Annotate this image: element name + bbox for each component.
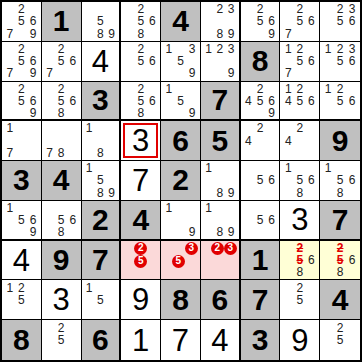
candidate-3: 3 [225,43,236,55]
candidate-grid: 589 [82,2,120,41]
cell-r1c7[interactable]: 2569 [241,2,281,42]
candidate-grid: 2569 [241,2,280,41]
cell-r4c3[interactable]: 18 [82,121,122,161]
candidate-9: 9 [186,226,198,238]
cell-r4c7[interactable]: 24 [241,121,281,161]
cell-r5c5[interactable]: 2 [161,161,201,201]
candidate-6: 6 [346,55,358,67]
given-digit: 4 [172,6,189,36]
cell-r7c4[interactable]: 25 [121,241,161,281]
candidate-5: 5 [334,334,346,347]
cell-r2c4[interactable]: 256 [121,42,161,82]
candidate-9: 9 [266,28,278,40]
given-digit: 7 [332,205,349,235]
candidate-8: 8 [95,147,106,159]
given-digit: 9 [332,126,349,156]
cell-r9c7[interactable]: 3 [241,320,281,360]
candidate-9: 9 [225,67,236,79]
candidate-grid: 24569 [241,82,280,120]
candidate-2: 2 [334,83,346,95]
candidate-5: 5 [334,15,346,27]
cell-r5c9[interactable]: 1568 [320,161,360,201]
cell-r3c7[interactable]: 24569 [241,82,281,122]
cell-r4c1[interactable]: 17 [2,121,42,161]
cell-r6c7[interactable]: 56 [241,201,281,241]
cell-r6c1[interactable]: 1569 [2,201,42,241]
cell-r9c5[interactable]: 7 [161,320,201,360]
candidate-8: 8 [55,147,67,159]
cell-r8c2[interactable]: 3 [42,280,82,320]
candidate-grid: 1256 [320,82,360,120]
cell-r5c2[interactable]: 4 [42,161,82,201]
cell-r4c9[interactable]: 9 [320,121,360,161]
cell-r3c6[interactable]: 7 [201,82,241,122]
solved-digit: 4 [211,325,228,356]
cell-r2c1[interactable]: 25679 [2,42,42,82]
solved-digit: 7 [172,325,189,356]
candidate-grid: 2567 [280,2,319,41]
candidate-6: 6 [306,15,318,27]
candidate-9: 9 [27,28,39,40]
candidate-2: 2 [214,43,225,55]
candidate-2: 2 [16,83,28,95]
cell-r4c5[interactable]: 6 [161,121,201,161]
candidate-6: 6 [346,254,358,266]
cell-r1c9[interactable]: 2356 [320,2,360,42]
candidate-8: 8 [135,28,147,40]
cell-r7c3[interactable]: 7 [82,241,122,281]
cell-r5c8[interactable]: 1568 [280,161,320,201]
candidate-9: 9 [225,28,236,40]
cell-r2c6[interactable]: 1239 [201,42,241,82]
candidate-5: 5 [95,15,106,27]
cell-r3c3[interactable]: 3 [82,82,122,122]
candidate-6: 6 [67,95,79,107]
candidate-5: 5 [16,95,28,107]
candidate-6: 6 [306,254,318,266]
given-digit: 2 [92,205,109,235]
candidate-8: 8 [95,187,106,199]
candidate-grid: 12456 [280,82,319,120]
candidate-grid: 56 [241,161,280,200]
candidate-5: 5 [16,214,28,226]
candidate-1: 1 [203,162,214,174]
candidate-8: 8 [294,187,306,199]
candidate-2: 2 [334,321,346,334]
candidate-5: 5 [16,294,28,306]
cell-r8c9[interactable]: 4 [320,280,360,320]
candidate-6: 6 [346,174,358,186]
cell-r6c8[interactable]: 3 [280,201,320,241]
candidate-9: 9 [106,28,117,40]
solved-digit: 3 [291,204,308,235]
candidate-8: 8 [55,107,67,119]
candidate-3: 3 [225,3,236,15]
given-digit: 4 [132,205,149,235]
candidate-grid: 1568 [280,161,319,200]
given-digit: 9 [53,245,70,275]
candidate-grid: 1359 [161,42,200,81]
cell-r1c8[interactable]: 2567 [280,2,320,42]
candidate-6: 6 [147,95,159,107]
cell-r9c3[interactable]: 6 [82,320,122,360]
cell-r5c7[interactable]: 56 [241,161,281,201]
solved-digit: 3 [132,125,149,156]
given-digit: 1 [252,245,269,275]
given-digit: 8 [13,325,30,355]
circled-candidate-5: 5 [134,255,147,268]
candidate-1: 1 [163,202,175,214]
candidate-9: 9 [27,226,39,238]
candidate-5: 5 [294,294,306,306]
candidate-grid: 25679 [2,2,41,41]
circled-candidate-5: 5 [172,255,185,268]
cell-r7c5[interactable]: 35 [161,241,201,281]
candidate-2: 2 [55,83,67,95]
candidate-5: 5 [175,55,187,67]
cell-r1c6[interactable]: 2389 [201,2,241,42]
candidate-grid: 568 [42,201,81,239]
solved-digit: 4 [92,46,109,77]
candidate-1: 1 [84,122,95,134]
candidate-1: 1 [282,43,294,55]
candidate-grid: 1568 [320,161,360,200]
candidate-grid: 189 [201,161,239,200]
candidate-6: 6 [67,55,79,67]
candidate-2: 2 [55,321,67,334]
candidate-grid: 2568 [320,241,360,280]
candidate-5: 5 [55,214,67,226]
candidate-1: 1 [163,43,175,55]
candidate-4: 4 [243,95,255,107]
candidate-grid: 25 [320,320,360,360]
cell-r1c5[interactable]: 4 [161,2,201,42]
cell-r5c6[interactable]: 189 [201,161,241,201]
candidate-5: 5 [135,95,147,107]
cell-r8c4[interactable]: 9 [121,280,161,320]
circled-candidate-2: 2 [211,242,224,255]
candidate-2: 2 [294,122,306,134]
candidate-5: 5 [294,95,306,107]
candidate-1: 1 [4,122,16,134]
candidate-7: 7 [282,28,294,40]
candidate-5: 5 [95,174,106,186]
candidate-2: 2 [16,281,28,293]
candidate-5: 5 [135,15,147,27]
candidate-1: 1 [322,43,334,55]
candidate-6: 6 [306,55,318,67]
cell-r6c6[interactable]: 189 [201,201,241,241]
cell-r9c9[interactable]: 25 [320,320,360,360]
cell-r9c2[interactable]: 25 [42,320,82,360]
candidate-6: 6 [346,15,358,27]
candidate-grid: 25 [280,280,319,319]
candidate-1: 1 [4,281,16,293]
cell-r3c8[interactable]: 12456 [280,82,320,122]
candidate-grid: 25679 [2,42,41,81]
candidate-5: 5 [334,95,346,107]
candidate-8: 8 [214,226,225,238]
circled-candidate-2: 2 [134,242,147,255]
candidate-5: 5 [16,55,28,67]
cell-r7c1[interactable]: 4 [2,241,42,281]
candidate-grid: 24 [241,121,280,160]
cell-r6c2[interactable]: 568 [42,201,82,241]
cell-r2c9[interactable]: 12356 [320,42,360,82]
cell-r8c8[interactable]: 25 [280,280,320,320]
candidate-1: 1 [84,281,95,293]
cell-r3c4[interactable]: 2568 [121,82,161,122]
candidate-7: 7 [4,147,16,159]
candidate-6: 6 [147,55,159,67]
candidate-7: 7 [4,67,16,79]
candidate-grid: 23 [201,241,239,280]
given-digit: 5 [211,126,228,156]
candidate-2: 2 [254,122,266,134]
candidate-8: 8 [334,187,346,199]
cell-r8c3[interactable]: 15 [82,280,122,320]
candidate-5: 5 [294,55,306,67]
candidate-6: 6 [306,174,318,186]
cell-r4c6[interactable]: 5 [201,121,241,161]
cell-r5c3[interactable]: 1589 [82,161,122,201]
candidate-5: 5 [135,55,147,67]
candidate-7: 7 [4,28,16,40]
candidate-2: 2 [254,83,266,95]
cell-r7c2[interactable]: 9 [42,241,82,281]
candidate-7: 7 [44,67,56,79]
candidate-2: 2 [214,3,225,15]
cell-r3c5[interactable]: 159 [161,82,201,122]
given-digit: 6 [211,285,228,315]
cell-r4c4[interactable]: 3 [121,121,161,161]
candidate-8: 8 [214,28,225,40]
candidate-5: 5 [334,55,346,67]
candidate-grid: 1569 [2,201,41,239]
cell-r4c8[interactable]: 24 [280,121,320,161]
given-digit: 7 [252,285,269,315]
candidate-6: 6 [266,174,278,186]
candidate-1: 1 [322,83,334,95]
candidate-grid: 2569 [2,82,41,120]
solved-digit: 7 [132,165,149,196]
candidate-6: 6 [346,95,358,107]
cell-r6c3[interactable]: 2 [82,201,122,241]
candidate-2: 2 [135,83,147,95]
candidate-9: 9 [225,187,236,199]
cell-r8c6[interactable]: 6 [201,280,241,320]
candidate-6: 6 [266,15,278,27]
candidate-3: 3 [186,43,198,55]
candidate-8: 8 [294,266,306,278]
candidate-grid: 2568 [42,82,81,120]
given-digit: 6 [92,325,109,355]
candidate-9: 9 [27,107,39,119]
candidate-5: 5 [254,15,266,27]
cell-r8c7[interactable]: 7 [241,280,281,320]
cell-r1c1[interactable]: 25679 [2,2,42,42]
candidate-grid: 2568 [121,2,160,41]
candidate-4: 4 [282,95,294,107]
given-digit: 1 [53,6,70,36]
candidate-grid: 189 [201,201,239,239]
candidate-1: 1 [203,202,214,214]
given-digit: 2 [172,165,189,195]
cell-r9c1[interactable]: 8 [2,320,42,360]
candidate-5: 5 [55,95,67,107]
candidate-grid: 2567 [42,42,81,81]
candidate-grid: 2389 [201,2,239,41]
solved-digit: 4 [13,245,30,276]
candidate-grid: 56 [241,201,280,239]
candidate-grid: 18 [82,121,120,160]
candidate-9: 9 [27,67,39,79]
candidate-1: 1 [322,162,334,174]
candidate-grid: 12567 [280,42,319,81]
candidate-5: 5 [334,174,346,186]
cell-r3c1[interactable]: 2569 [2,82,42,122]
cell-r5c1[interactable]: 3 [2,161,42,201]
candidate-6: 6 [147,15,159,27]
cell-r2c2[interactable]: 2567 [42,42,82,82]
candidate-1: 1 [282,83,294,95]
cell-r7c6[interactable]: 23 [201,241,241,281]
candidate-4: 4 [282,135,294,147]
cell-r7c9[interactable]: 2568 [320,241,360,281]
solved-digit: 1 [132,325,149,356]
candidate-6: 6 [266,214,278,226]
candidate-grid: 159 [161,82,200,120]
candidate-6: 6 [67,214,79,226]
cell-r8c5[interactable]: 8 [161,280,201,320]
candidate-1: 1 [163,83,175,95]
candidate-grid: 125 [2,280,41,319]
cell-r1c4[interactable]: 2568 [121,2,161,42]
candidate-5: 5 [16,15,28,27]
candidate-1: 1 [203,43,214,55]
sudoku-board: 2567915892568423892569256723562567925674… [0,0,362,362]
given-digit: 7 [92,245,109,275]
candidate-grid: 12356 [320,42,360,81]
given-digit: 6 [172,126,189,156]
candidate-1: 1 [4,202,16,214]
candidate-grid: 25 [121,241,160,280]
candidate-9: 9 [186,67,198,79]
given-digit: 8 [172,285,189,315]
candidate-6: 6 [27,15,39,27]
cell-r9c8[interactable]: 9 [280,320,320,360]
circled-candidate-3: 3 [185,242,198,255]
cell-r6c9[interactable]: 7 [320,201,360,241]
candidate-8: 8 [334,266,346,278]
candidate-grid: 25 [42,320,81,360]
candidate-grid: 1239 [201,42,239,81]
candidate-8: 8 [95,28,106,40]
cell-r8c1[interactable]: 125 [2,280,42,320]
candidate-9: 9 [106,187,117,199]
given-digit: 3 [252,325,269,355]
candidate-6: 6 [306,95,318,107]
cell-r1c2[interactable]: 1 [42,2,82,42]
candidate-5: 5 [254,214,266,226]
given-digit: 8 [252,46,269,76]
candidate-7: 7 [44,147,56,159]
candidate-8: 8 [214,187,225,199]
candidate-grid: 2356 [320,2,360,41]
solved-digit: 9 [291,325,308,356]
given-digit: 3 [92,85,109,115]
cell-r4c2[interactable]: 78 [42,121,82,161]
candidate-grid: 78 [42,121,81,160]
candidate-9: 9 [266,107,278,119]
given-digit: 3 [13,165,30,195]
candidate-grid: 17 [2,121,41,160]
given-digit: 7 [211,85,228,115]
candidate-grid: 2568 [280,241,319,280]
cell-r2c5[interactable]: 1359 [161,42,201,82]
candidate-1: 1 [84,162,95,174]
candidate-9: 9 [225,226,236,238]
cell-r3c2[interactable]: 2568 [42,82,82,122]
candidate-5: 5 [175,95,187,107]
candidate-7: 7 [282,67,294,79]
cell-r2c8[interactable]: 12567 [280,42,320,82]
solved-digit: 9 [132,284,149,315]
candidate-2: 2 [294,83,306,95]
candidate-9: 9 [186,107,198,119]
candidate-grid: 1589 [82,161,120,200]
solved-digit: 3 [53,284,70,315]
candidate-grid: 2568 [121,82,160,120]
circled-candidate-3: 3 [224,242,237,255]
cell-r3c9[interactable]: 1256 [320,82,360,122]
candidate-6: 6 [266,95,278,107]
candidate-grid: 35 [161,241,200,280]
candidate-5: 5 [294,174,306,186]
cell-r9c4[interactable]: 1 [121,320,161,360]
cell-r1c3[interactable]: 589 [82,2,122,42]
candidate-5: 5 [294,15,306,27]
candidate-grid: 15 [82,280,120,319]
candidate-grid: 19 [161,201,200,239]
candidate-grid: 256 [121,42,160,81]
candidate-grid: 24 [280,121,319,160]
cell-r2c3[interactable]: 4 [82,42,122,82]
cell-r7c7[interactable]: 1 [241,241,281,281]
candidate-5: 5 [55,55,67,67]
candidate-2: 2 [294,281,306,293]
candidate-5: 5 [254,95,266,107]
candidate-5: 5 [95,294,106,306]
candidate-6: 6 [27,95,39,107]
cell-r2c7[interactable]: 8 [241,42,281,82]
candidate-5: 5 [254,174,266,186]
cell-r9c6[interactable]: 4 [201,320,241,360]
candidate-5: 5 [55,334,67,347]
cell-r6c5[interactable]: 19 [161,201,201,241]
cell-r7c8[interactable]: 2568 [280,241,320,281]
candidate-8: 8 [55,226,67,238]
candidate-4: 4 [243,135,255,147]
candidate-8: 8 [135,107,147,119]
candidate-1: 1 [282,162,294,174]
given-digit: 4 [332,285,349,315]
cell-r6c4[interactable]: 4 [121,201,161,241]
given-digit: 4 [53,165,70,195]
cell-r5c4[interactable]: 7 [121,161,161,201]
